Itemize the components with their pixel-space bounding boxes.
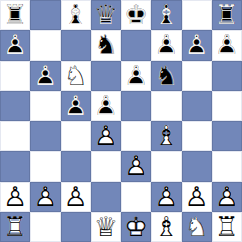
square-h8[interactable]: ♜♖ xyxy=(212,0,242,30)
square-a7[interactable]: ♟♙ xyxy=(0,30,30,60)
piece-outline-layer: ♙ xyxy=(0,182,30,212)
square-c3[interactable] xyxy=(61,151,91,181)
piece-white-bishop[interactable]: ♝♗ xyxy=(151,121,181,151)
square-d5[interactable]: ♟♙ xyxy=(91,91,121,121)
square-b6[interactable]: ♟♙ xyxy=(30,61,60,91)
square-d4[interactable]: ♟♙ xyxy=(91,121,121,151)
square-b7[interactable] xyxy=(30,30,60,60)
piece-outline-layer: ♙ xyxy=(182,30,212,60)
piece-white-pawn[interactable]: ♟♙ xyxy=(151,182,181,212)
square-c1[interactable] xyxy=(61,212,91,242)
piece-outline-layer: ♘ xyxy=(151,61,181,91)
square-d1[interactable]: ♛♕ xyxy=(91,212,121,242)
piece-white-rook[interactable]: ♜♖ xyxy=(0,212,30,242)
square-h3[interactable] xyxy=(212,151,242,181)
piece-outline-layer: ♗ xyxy=(151,0,181,30)
chess-board-wrapper: ♜♖♝♗♛♕♚♔♝♗♜♖♟♙♞♘♟♙♟♙♟♙♟♙♞♘♟♙♞♘♟♙♟♙♟♙♝♗♟♙… xyxy=(0,0,242,242)
square-d3[interactable] xyxy=(91,151,121,181)
piece-black-knight[interactable]: ♞♘ xyxy=(91,30,121,60)
piece-outline-layer: ♗ xyxy=(151,121,181,151)
square-b1[interactable] xyxy=(30,212,60,242)
piece-outline-layer: ♙ xyxy=(30,61,60,91)
square-e7[interactable] xyxy=(121,30,151,60)
piece-outline-layer: ♙ xyxy=(121,151,151,181)
piece-outline-layer: ♖ xyxy=(212,0,242,30)
piece-outline-layer: ♔ xyxy=(121,0,151,30)
square-c8[interactable]: ♝♗ xyxy=(61,0,91,30)
piece-black-rook[interactable]: ♜♖ xyxy=(212,0,242,30)
square-b2[interactable]: ♟♙ xyxy=(30,182,60,212)
square-e2[interactable] xyxy=(121,182,151,212)
square-c4[interactable] xyxy=(61,121,91,151)
square-f7[interactable]: ♟♙ xyxy=(151,30,181,60)
square-h5[interactable] xyxy=(212,91,242,121)
square-g2[interactable]: ♟♙ xyxy=(182,182,212,212)
square-e4[interactable] xyxy=(121,121,151,151)
square-g4[interactable] xyxy=(182,121,212,151)
piece-black-bishop[interactable]: ♝♗ xyxy=(61,0,91,30)
piece-outline-layer: ♙ xyxy=(91,91,121,121)
square-g7[interactable]: ♟♙ xyxy=(182,30,212,60)
square-e5[interactable] xyxy=(121,91,151,121)
piece-outline-layer: ♙ xyxy=(212,30,242,60)
piece-black-pawn[interactable]: ♟♙ xyxy=(212,30,242,60)
square-a1[interactable]: ♜♖ xyxy=(0,212,30,242)
piece-black-pawn[interactable]: ♟♙ xyxy=(182,30,212,60)
piece-outline-layer: ♗ xyxy=(61,0,91,30)
piece-white-pawn[interactable]: ♟♙ xyxy=(61,182,91,212)
square-h4[interactable] xyxy=(212,121,242,151)
piece-outline-layer: ♘ xyxy=(61,61,91,91)
piece-white-pawn[interactable]: ♟♙ xyxy=(91,121,121,151)
square-h7[interactable]: ♟♙ xyxy=(212,30,242,60)
piece-white-bishop[interactable]: ♝♗ xyxy=(151,212,181,242)
square-f6[interactable]: ♞♘ xyxy=(151,61,181,91)
piece-black-pawn[interactable]: ♟♙ xyxy=(30,61,60,91)
square-a8[interactable]: ♜♖ xyxy=(0,0,30,30)
square-f3[interactable] xyxy=(151,151,181,181)
square-a3[interactable] xyxy=(0,151,30,181)
piece-outline-layer: ♙ xyxy=(121,61,151,91)
square-d6[interactable] xyxy=(91,61,121,91)
square-h1[interactable]: ♜♖ xyxy=(212,212,242,242)
piece-black-pawn[interactable]: ♟♙ xyxy=(151,30,181,60)
square-h6[interactable] xyxy=(212,61,242,91)
piece-outline-layer: ♙ xyxy=(0,30,30,60)
square-g6[interactable] xyxy=(182,61,212,91)
square-a2[interactable]: ♟♙ xyxy=(0,182,30,212)
piece-black-king[interactable]: ♚♔ xyxy=(121,0,151,30)
piece-outline-layer: ♖ xyxy=(0,0,30,30)
piece-outline-layer: ♙ xyxy=(182,182,212,212)
piece-outline-layer: ♙ xyxy=(61,182,91,212)
piece-black-pawn[interactable]: ♟♙ xyxy=(61,91,91,121)
piece-outline-layer: ♕ xyxy=(91,0,121,30)
square-c5[interactable]: ♟♙ xyxy=(61,91,91,121)
piece-outline-layer: ♕ xyxy=(91,212,121,242)
square-e6[interactable]: ♟♙ xyxy=(121,61,151,91)
piece-outline-layer: ♙ xyxy=(151,30,181,60)
square-e3[interactable]: ♟♙ xyxy=(121,151,151,181)
square-a5[interactable] xyxy=(0,91,30,121)
piece-black-rook[interactable]: ♜♖ xyxy=(0,0,30,30)
piece-outline-layer: ♘ xyxy=(91,30,121,60)
piece-black-pawn[interactable]: ♟♙ xyxy=(121,61,151,91)
square-g3[interactable] xyxy=(182,151,212,181)
square-e8[interactable]: ♚♔ xyxy=(121,0,151,30)
piece-white-queen[interactable]: ♛♕ xyxy=(91,212,121,242)
piece-black-pawn[interactable]: ♟♙ xyxy=(0,30,30,60)
square-f4[interactable]: ♝♗ xyxy=(151,121,181,151)
square-a6[interactable] xyxy=(0,61,30,91)
piece-black-bishop[interactable]: ♝♗ xyxy=(151,0,181,30)
piece-outline-layer: ♖ xyxy=(212,212,242,242)
piece-white-king[interactable]: ♚♔ xyxy=(121,212,151,242)
square-f8[interactable]: ♝♗ xyxy=(151,0,181,30)
piece-outline-layer: ♙ xyxy=(61,91,91,121)
square-f1[interactable]: ♝♗ xyxy=(151,212,181,242)
piece-outline-layer: ♙ xyxy=(151,182,181,212)
piece-white-pawn[interactable]: ♟♙ xyxy=(121,151,151,181)
square-b8[interactable] xyxy=(30,0,60,30)
square-c2[interactable]: ♟♙ xyxy=(61,182,91,212)
square-f2[interactable]: ♟♙ xyxy=(151,182,181,212)
piece-outline-layer: ♙ xyxy=(212,182,242,212)
piece-outline-layer: ♖ xyxy=(0,212,30,242)
square-b5[interactable] xyxy=(30,91,60,121)
piece-outline-layer: ♙ xyxy=(30,182,60,212)
piece-black-knight[interactable]: ♞♘ xyxy=(151,61,181,91)
piece-black-queen[interactable]: ♛♕ xyxy=(91,0,121,30)
piece-outline-layer: ♔ xyxy=(121,212,151,242)
square-a4[interactable] xyxy=(0,121,30,151)
piece-white-knight[interactable]: ♞♘ xyxy=(182,212,212,242)
square-d8[interactable]: ♛♕ xyxy=(91,0,121,30)
square-c6[interactable]: ♞♘ xyxy=(61,61,91,91)
piece-outline-layer: ♙ xyxy=(91,121,121,151)
piece-outline-layer: ♗ xyxy=(151,212,181,242)
piece-white-pawn[interactable]: ♟♙ xyxy=(212,182,242,212)
square-b3[interactable] xyxy=(30,151,60,181)
chess-board: ♜♖♝♗♛♕♚♔♝♗♜♖♟♙♞♘♟♙♟♙♟♙♟♙♞♘♟♙♞♘♟♙♟♙♟♙♝♗♟♙… xyxy=(0,0,242,242)
piece-white-pawn[interactable]: ♟♙ xyxy=(0,182,30,212)
square-c7[interactable] xyxy=(61,30,91,60)
square-e1[interactable]: ♚♔ xyxy=(121,212,151,242)
piece-black-pawn[interactable]: ♟♙ xyxy=(91,91,121,121)
square-b4[interactable] xyxy=(30,121,60,151)
piece-outline-layer: ♘ xyxy=(182,212,212,242)
piece-white-pawn[interactable]: ♟♙ xyxy=(182,182,212,212)
square-h2[interactable]: ♟♙ xyxy=(212,182,242,212)
square-f5[interactable] xyxy=(151,91,181,121)
square-g5[interactable] xyxy=(182,91,212,121)
piece-white-rook[interactable]: ♜♖ xyxy=(212,212,242,242)
square-g8[interactable] xyxy=(182,0,212,30)
square-d2[interactable] xyxy=(91,182,121,212)
square-g1[interactable]: ♞♘ xyxy=(182,212,212,242)
square-d7[interactable]: ♞♘ xyxy=(91,30,121,60)
piece-white-pawn[interactable]: ♟♙ xyxy=(30,182,60,212)
piece-white-knight[interactable]: ♞♘ xyxy=(61,61,91,91)
